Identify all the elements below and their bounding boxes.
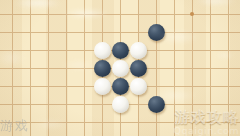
white-stone <box>130 42 147 59</box>
board-cell[interactable] <box>75 113 93 131</box>
board-cell[interactable] <box>183 59 201 77</box>
black-stone <box>130 60 147 77</box>
watermark-title: 游戏攻略 <box>174 110 239 125</box>
board-cell[interactable] <box>93 41 111 59</box>
board-cell[interactable] <box>57 23 75 41</box>
board-cell[interactable] <box>39 59 57 77</box>
board-cell[interactable] <box>39 23 57 41</box>
black-stone <box>112 42 129 59</box>
board-cell[interactable] <box>21 77 39 95</box>
board-cell[interactable] <box>183 5 201 23</box>
white-stone <box>112 96 129 113</box>
white-stone <box>112 60 129 77</box>
board-cell[interactable] <box>129 59 147 77</box>
board-cell[interactable] <box>201 59 219 77</box>
board-cell[interactable] <box>93 131 111 136</box>
board-cell[interactable] <box>39 41 57 59</box>
board-cell[interactable] <box>111 23 129 41</box>
board-cell[interactable] <box>93 23 111 41</box>
corner-ghost-text: 游戏 <box>0 117 30 135</box>
board-cell[interactable] <box>165 5 183 23</box>
board-cell[interactable] <box>219 77 237 95</box>
board-cell[interactable] <box>3 95 21 113</box>
board-cell[interactable] <box>111 77 129 95</box>
board-cell[interactable] <box>21 23 39 41</box>
watermark-site: Qqaigin.com <box>174 126 239 136</box>
board-cell[interactable] <box>3 23 21 41</box>
board-cell[interactable] <box>201 77 219 95</box>
cloud-decoration <box>28 117 74 132</box>
board-cell[interactable] <box>111 41 129 59</box>
board-cell[interactable] <box>147 113 165 131</box>
watermark: 游戏攻略 Qqaigin.com <box>174 110 239 136</box>
cloud-decoration <box>211 51 238 60</box>
board-cell[interactable] <box>75 131 93 136</box>
board-cell[interactable] <box>21 95 39 113</box>
white-stone <box>130 78 147 95</box>
board-cell[interactable] <box>57 131 75 136</box>
board-cell[interactable] <box>57 95 75 113</box>
board-cell[interactable] <box>111 59 129 77</box>
cloud-decoration <box>56 57 102 73</box>
cloud-decoration <box>150 27 206 47</box>
board-cell[interactable] <box>75 23 93 41</box>
board-cell[interactable] <box>75 95 93 113</box>
board-cell[interactable] <box>147 5 165 23</box>
board-cell[interactable] <box>75 77 93 95</box>
board-cell[interactable] <box>129 23 147 41</box>
board-cell[interactable] <box>147 131 165 136</box>
cloud-decoration <box>147 85 203 106</box>
board-cell[interactable] <box>129 113 147 131</box>
cloud-decoration <box>55 7 117 20</box>
board-cell[interactable] <box>3 77 21 95</box>
board-cell[interactable] <box>147 59 165 77</box>
board-cell[interactable] <box>39 95 57 113</box>
white-stone <box>94 78 111 95</box>
board-cell[interactable] <box>219 23 237 41</box>
gomoku-game-screen: 游戏 游戏攻略 Qqaigin.com <box>0 0 240 136</box>
board-cell[interactable] <box>111 113 129 131</box>
board-cell[interactable] <box>93 113 111 131</box>
board-cell[interactable] <box>93 95 111 113</box>
board-cell[interactable] <box>165 59 183 77</box>
black-stone <box>112 78 129 95</box>
board-cell[interactable] <box>129 41 147 59</box>
board-cell[interactable] <box>219 59 237 77</box>
board-cell[interactable] <box>111 95 129 113</box>
board-cell[interactable] <box>93 77 111 95</box>
board-cell[interactable] <box>129 5 147 23</box>
board-cell[interactable] <box>39 77 57 95</box>
board-cell[interactable] <box>57 77 75 95</box>
board-cell[interactable] <box>129 77 147 95</box>
board-cell[interactable] <box>129 131 147 136</box>
white-stone <box>94 42 111 59</box>
board-cell[interactable] <box>111 131 129 136</box>
board-cell[interactable] <box>129 95 147 113</box>
